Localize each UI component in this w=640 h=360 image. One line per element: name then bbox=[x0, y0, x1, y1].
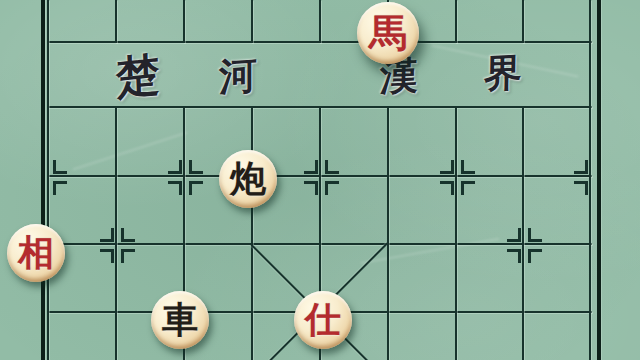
board-border-left bbox=[41, 0, 45, 360]
grid-line-file bbox=[251, 0, 253, 43]
piece-black-cannon[interactable]: 炮 bbox=[219, 150, 277, 208]
piece-red-advisor[interactable]: 仕 bbox=[294, 291, 352, 349]
grid-line-file bbox=[319, 0, 321, 43]
star-point-marker bbox=[121, 228, 135, 242]
star-point-marker bbox=[325, 160, 339, 174]
grid-line-file bbox=[522, 107, 524, 360]
star-point-marker bbox=[461, 160, 475, 174]
star-point-marker bbox=[325, 181, 339, 195]
red-advisor-glyph: 仕 bbox=[305, 302, 341, 338]
grid-line-file bbox=[115, 0, 117, 43]
piece-red-elephant[interactable]: 相 bbox=[7, 224, 65, 282]
star-point-marker bbox=[53, 160, 67, 174]
star-point-marker bbox=[507, 249, 521, 263]
star-point-marker bbox=[574, 160, 588, 174]
star-point-marker bbox=[461, 181, 475, 195]
star-point-marker bbox=[507, 228, 521, 242]
grid-line-file bbox=[183, 0, 185, 43]
black-cannon-glyph: 炮 bbox=[230, 161, 266, 197]
river-label-he: 河 bbox=[219, 56, 257, 97]
star-point-marker bbox=[168, 181, 182, 195]
star-point-marker bbox=[121, 249, 135, 263]
star-point-marker bbox=[304, 160, 318, 174]
star-point-marker bbox=[168, 160, 182, 174]
star-point-marker bbox=[304, 181, 318, 195]
black-chariot-glyph: 車 bbox=[162, 302, 198, 338]
xiangqi-board[interactable]: 楚 河 漢 界 馬炮相車仕 bbox=[0, 0, 640, 360]
grid-line-file bbox=[115, 107, 117, 360]
star-point-marker bbox=[528, 249, 542, 263]
star-point-marker bbox=[574, 181, 588, 195]
star-point-marker bbox=[189, 181, 203, 195]
star-point-marker bbox=[528, 228, 542, 242]
grid-line-file bbox=[455, 107, 457, 360]
river-label-chu: 楚 bbox=[115, 53, 160, 102]
star-point-marker bbox=[189, 160, 203, 174]
grid-line-file bbox=[47, 0, 49, 360]
grid-line-file bbox=[387, 107, 389, 360]
star-point-marker bbox=[100, 228, 114, 242]
star-point-marker bbox=[440, 181, 454, 195]
grid-line-file bbox=[522, 0, 524, 43]
board-border-right bbox=[597, 0, 601, 360]
marble-vein bbox=[361, 238, 499, 264]
star-point-marker bbox=[53, 181, 67, 195]
red-horse-glyph: 馬 bbox=[369, 14, 407, 52]
piece-black-chariot[interactable]: 車 bbox=[151, 291, 209, 349]
star-point-marker bbox=[100, 249, 114, 263]
red-elephant-glyph: 相 bbox=[18, 235, 54, 271]
piece-red-horse[interactable]: 馬 bbox=[357, 2, 419, 64]
grid-line-file bbox=[589, 0, 591, 360]
grid-line-file bbox=[455, 0, 457, 43]
river-label-jie: 界 bbox=[484, 53, 523, 93]
grid-line-file bbox=[251, 107, 253, 360]
star-point-marker bbox=[440, 160, 454, 174]
